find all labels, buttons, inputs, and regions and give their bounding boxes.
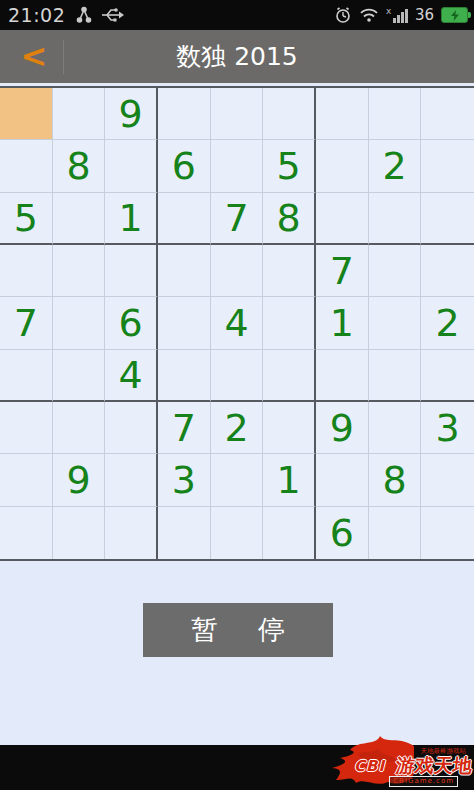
- cell-r5c7[interactable]: [369, 350, 422, 402]
- cell-r7c5[interactable]: 1: [263, 454, 316, 506]
- alarm-clock-icon: [334, 6, 352, 24]
- cell-r6c0[interactable]: [0, 402, 53, 454]
- pause-button-label: 暂停: [191, 612, 325, 648]
- cell-r4c8[interactable]: 2: [421, 297, 474, 349]
- cell-r2c7[interactable]: [369, 193, 422, 245]
- battery-percent: 36: [415, 6, 434, 24]
- cell-r2c6[interactable]: [316, 193, 369, 245]
- cell-r1c2[interactable]: [105, 140, 158, 192]
- cell-r4c6[interactable]: 1: [316, 297, 369, 349]
- cell-r7c7[interactable]: 8: [369, 454, 422, 506]
- cell-r0c4[interactable]: [211, 88, 264, 140]
- cell-r1c4[interactable]: [211, 140, 264, 192]
- cell-r8c1[interactable]: [53, 507, 106, 559]
- cell-r1c8[interactable]: [421, 140, 474, 192]
- cell-r4c7[interactable]: [369, 297, 422, 349]
- cell-r8c3[interactable]: [158, 507, 211, 559]
- cell-r2c2[interactable]: 1: [105, 193, 158, 245]
- cell-r4c3[interactable]: [158, 297, 211, 349]
- cell-r5c6[interactable]: [316, 350, 369, 402]
- cell-r3c5[interactable]: [263, 245, 316, 297]
- cell-r2c3[interactable]: [158, 193, 211, 245]
- wifi-icon: [359, 7, 379, 23]
- cell-r1c3[interactable]: 6: [158, 140, 211, 192]
- cell-r1c1[interactable]: 8: [53, 140, 106, 192]
- no-sim-x: x: [386, 6, 391, 16]
- watermark-url: CBIGame.com: [389, 776, 458, 787]
- cell-r6c1[interactable]: [53, 402, 106, 454]
- cell-r7c1[interactable]: 9: [53, 454, 106, 506]
- cell-r4c5[interactable]: [263, 297, 316, 349]
- cell-r1c7[interactable]: 2: [369, 140, 422, 192]
- cell-r7c2[interactable]: [105, 454, 158, 506]
- cell-r3c4[interactable]: [211, 245, 264, 297]
- cell-r5c5[interactable]: [263, 350, 316, 402]
- cell-r6c4[interactable]: 2: [211, 402, 264, 454]
- cell-r6c6[interactable]: 9: [316, 402, 369, 454]
- cell-r3c6[interactable]: 7: [316, 245, 369, 297]
- cell-r6c8[interactable]: 3: [421, 402, 474, 454]
- status-time: 21:02: [8, 4, 65, 26]
- app-header: < 数独 2015: [0, 30, 474, 83]
- cell-r0c5[interactable]: [263, 88, 316, 140]
- screen: 21:02: [0, 0, 474, 790]
- cell-r5c4[interactable]: [211, 350, 264, 402]
- cell-r8c7[interactable]: [369, 507, 422, 559]
- back-button[interactable]: <: [14, 36, 54, 76]
- cell-r3c8[interactable]: [421, 245, 474, 297]
- cell-r2c8[interactable]: [421, 193, 474, 245]
- cell-r4c1[interactable]: [53, 297, 106, 349]
- cell-r7c8[interactable]: [421, 454, 474, 506]
- cell-r8c2[interactable]: [105, 507, 158, 559]
- signal-icon: x: [386, 8, 408, 23]
- cell-r5c1[interactable]: [53, 350, 106, 402]
- cell-r1c5[interactable]: 5: [263, 140, 316, 192]
- cell-r0c7[interactable]: [369, 88, 422, 140]
- cell-r6c5[interactable]: [263, 402, 316, 454]
- header-divider: [63, 40, 64, 74]
- status-right-icons: x 36: [334, 6, 468, 24]
- cell-r5c3[interactable]: [158, 350, 211, 402]
- cell-r3c7[interactable]: [369, 245, 422, 297]
- cell-r6c2[interactable]: [105, 402, 158, 454]
- cell-r7c6[interactable]: [316, 454, 369, 506]
- sudoku-board[interactable]: 9865251787764124729393186: [0, 86, 474, 561]
- cell-r1c0[interactable]: [0, 140, 53, 192]
- usb-icon: [100, 7, 124, 23]
- cell-r0c8[interactable]: [421, 88, 474, 140]
- watermark: CBI 天地最棒游戏站 游戏天地 CBIGame.com: [328, 732, 474, 790]
- cell-r7c3[interactable]: 3: [158, 454, 211, 506]
- cell-r7c4[interactable]: [211, 454, 264, 506]
- cell-r8c4[interactable]: [211, 507, 264, 559]
- cell-r8c8[interactable]: [421, 507, 474, 559]
- cell-r2c5[interactable]: 8: [263, 193, 316, 245]
- cell-r5c8[interactable]: [421, 350, 474, 402]
- cell-r3c2[interactable]: [105, 245, 158, 297]
- cell-r5c2[interactable]: 4: [105, 350, 158, 402]
- cell-r3c3[interactable]: [158, 245, 211, 297]
- cell-r2c1[interactable]: [53, 193, 106, 245]
- pause-button[interactable]: 暂停: [143, 603, 333, 657]
- cell-r3c0[interactable]: [0, 245, 53, 297]
- cell-r2c0[interactable]: 5: [0, 193, 53, 245]
- cell-r4c2[interactable]: 6: [105, 297, 158, 349]
- status-bar: 21:02: [0, 0, 474, 30]
- cell-r2c4[interactable]: 7: [211, 193, 264, 245]
- cell-r8c0[interactable]: [0, 507, 53, 559]
- cell-r0c1[interactable]: [53, 88, 106, 140]
- cell-r0c0[interactable]: [0, 88, 53, 140]
- status-left-icons: [75, 6, 124, 24]
- cell-r4c0[interactable]: 7: [0, 297, 53, 349]
- cell-r5c0[interactable]: [0, 350, 53, 402]
- share-icon: [75, 6, 93, 24]
- battery-icon: [441, 7, 468, 23]
- cell-r6c7[interactable]: [369, 402, 422, 454]
- cell-r0c6[interactable]: [316, 88, 369, 140]
- cell-r4c4[interactable]: 4: [211, 297, 264, 349]
- watermark-brand: CBI: [354, 757, 385, 775]
- cell-r1c6[interactable]: [316, 140, 369, 192]
- cell-r0c2[interactable]: 9: [105, 88, 158, 140]
- cell-r0c3[interactable]: [158, 88, 211, 140]
- page-title: 数独 2015: [176, 40, 298, 73]
- cell-r7c0[interactable]: [0, 454, 53, 506]
- cell-r8c6[interactable]: 6: [316, 507, 369, 559]
- cell-r3c1[interactable]: [53, 245, 106, 297]
- cell-r8c5[interactable]: [263, 507, 316, 559]
- cell-r6c3[interactable]: 7: [158, 402, 211, 454]
